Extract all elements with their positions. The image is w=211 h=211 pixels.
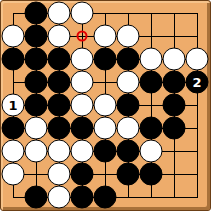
black-stone: ●	[25, 94, 48, 117]
white-stone: ○	[48, 2, 71, 25]
white-stone: ○	[117, 71, 140, 94]
white-stone: ○	[71, 140, 94, 163]
white-stone: ○	[71, 71, 94, 94]
white-stone: ○	[25, 140, 48, 163]
black-stone: ●	[117, 48, 140, 71]
black-stone-numbered: 2	[186, 71, 209, 94]
white-stone: ○	[163, 48, 186, 71]
white-stone: ○	[117, 117, 140, 140]
white-stone: ○	[2, 163, 25, 186]
black-stone: ●	[94, 48, 117, 71]
white-stone: ○	[48, 163, 71, 186]
black-stone: ●	[2, 48, 25, 71]
black-stone: ●	[163, 71, 186, 94]
black-stone: ●	[117, 140, 140, 163]
white-stone: ○	[2, 25, 25, 48]
white-stone: ○	[94, 94, 117, 117]
black-stone: ●	[25, 2, 48, 25]
white-stone-numbered: 1	[2, 94, 25, 117]
black-stone: ●	[25, 48, 48, 71]
black-stone: ●	[71, 117, 94, 140]
white-stone: ○	[117, 25, 140, 48]
black-stone: ●	[48, 71, 71, 94]
black-stone: ●	[71, 163, 94, 186]
white-stone: ○	[48, 186, 71, 209]
black-stone: ●	[163, 94, 186, 117]
black-stone: ●	[48, 94, 71, 117]
black-stone: ●	[94, 140, 117, 163]
white-stone: ○	[48, 140, 71, 163]
white-stone: ○	[94, 117, 117, 140]
black-stone: ●	[48, 117, 71, 140]
black-stone: ●	[140, 163, 163, 186]
white-stone: ○	[140, 48, 163, 71]
black-stone: ●	[117, 163, 140, 186]
goban-board[interactable]: ●○○○●○○○●●●○●●○○○●●○○●●21●●○○●●●○●●○○●●○…	[0, 0, 211, 211]
black-stone: ●	[140, 71, 163, 94]
black-stone: ●	[163, 117, 186, 140]
black-stone: ●	[25, 25, 48, 48]
black-stone: ●	[140, 117, 163, 140]
white-stone: ○	[48, 25, 71, 48]
white-stone: ○	[71, 94, 94, 117]
white-stone: ○	[71, 2, 94, 25]
black-stone: ●	[48, 48, 71, 71]
black-stone: ●	[25, 186, 48, 209]
white-stone: ○	[94, 25, 117, 48]
white-stone: ○	[186, 48, 209, 71]
white-stone: ○	[140, 140, 163, 163]
black-stone: ●	[71, 186, 94, 209]
white-stone: ○	[25, 117, 48, 140]
black-stone: ●	[25, 71, 48, 94]
red-circle-marker	[77, 31, 88, 42]
white-stone: ○	[2, 140, 25, 163]
black-stone: ●	[117, 94, 140, 117]
white-stone: ○	[71, 48, 94, 71]
black-stone: ●	[2, 117, 25, 140]
black-stone: ●	[94, 186, 117, 209]
